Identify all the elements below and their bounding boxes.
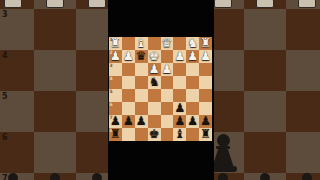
bg-rank-label: 3	[2, 11, 8, 19]
board-square-e8: ♚	[148, 128, 161, 141]
board-square-b8	[186, 128, 199, 141]
bg-cut-piece-top	[298, 0, 316, 8]
board-square-a8: ♜	[199, 128, 212, 141]
board-square-e5	[148, 89, 161, 102]
board-square-g2: ♟	[122, 50, 135, 63]
bg-pawn-head	[218, 173, 228, 180]
board-square-h3: 3	[109, 63, 122, 76]
bg-pawn-head	[50, 173, 60, 180]
board-square-a3	[199, 63, 212, 76]
board-square-h8: 8♜	[109, 128, 122, 141]
board-square-d1: ♛	[161, 37, 174, 50]
bg-square	[34, 132, 76, 173]
black-bishop: ♝	[173, 128, 186, 141]
bg-pawn-head	[302, 173, 312, 180]
board-square-b5	[186, 89, 199, 102]
video-frame: 34567 1♜♝♛♞♜2♟♟♛♚♟♟♟3♟♟4♞56♟7♟♟♟♟♟♟8♜♚♝♜	[0, 0, 320, 180]
white-pawn: ♟	[173, 50, 186, 63]
bg-pawn-head	[8, 173, 18, 180]
bg-square	[34, 91, 76, 132]
bg-square	[244, 132, 286, 173]
bg-square	[244, 91, 286, 132]
chessboard: 1♜♝♛♞♜2♟♟♛♚♟♟♟3♟♟4♞56♟7♟♟♟♟♟♟8♜♚♝♜	[109, 37, 212, 141]
bg-cut-piece-top	[214, 0, 232, 8]
board-square-f4	[135, 76, 148, 89]
board-square-d4	[161, 76, 174, 89]
board-square-b4	[186, 76, 199, 89]
board-square-d8	[161, 128, 174, 141]
board-square-h4: 4	[109, 76, 122, 89]
bg-cut-piece-top	[46, 0, 64, 8]
board-square-f8	[135, 128, 148, 141]
white-queen: ♛	[161, 37, 174, 50]
board-rank-label: 3	[110, 63, 113, 68]
bg-square	[34, 9, 76, 50]
bg-rank-label: 4	[2, 52, 8, 60]
board-square-d6	[161, 102, 174, 115]
black-pawn: ♟	[186, 115, 199, 128]
white-pawn: ♟	[186, 50, 199, 63]
bg-pawn-head	[92, 173, 102, 180]
board-square-c2: ♟	[173, 50, 186, 63]
board-square-c3	[173, 63, 186, 76]
bg-cut-piece-top	[4, 0, 22, 8]
bg-square	[286, 50, 320, 91]
board-rank-label: 6	[110, 102, 113, 107]
black-rook: ♜	[109, 128, 122, 141]
bg-square	[286, 91, 320, 132]
white-pawn: ♟	[199, 50, 212, 63]
bg-square	[244, 50, 286, 91]
board-square-b2: ♟	[186, 50, 199, 63]
black-rook: ♜	[199, 128, 212, 141]
bg-cut-piece-top	[88, 0, 106, 8]
board-square-d7	[161, 115, 174, 128]
board-square-g5	[122, 89, 135, 102]
board-square-g3	[122, 63, 135, 76]
board-square-d3: ♟	[161, 63, 174, 76]
bg-square	[286, 132, 320, 173]
board-square-h5: 5	[109, 89, 122, 102]
black-knight: ♞	[148, 76, 161, 89]
board-square-f3	[135, 63, 148, 76]
board-square-b3	[186, 63, 199, 76]
bg-square	[244, 9, 286, 50]
bg-square	[286, 9, 320, 50]
board-square-e4: ♞	[148, 76, 161, 89]
board-square-f7: ♟	[135, 115, 148, 128]
board-square-a4	[199, 76, 212, 89]
bg-big-black-pawn	[216, 146, 230, 149]
board-square-h2: 2♟	[109, 50, 122, 63]
board-rank-label: 4	[110, 76, 113, 81]
black-pawn: ♟	[122, 115, 135, 128]
board-square-g7: ♟	[122, 115, 135, 128]
white-pawn: ♟	[122, 50, 135, 63]
board-square-d5	[161, 89, 174, 102]
board-square-g4	[122, 76, 135, 89]
board-square-c4	[173, 76, 186, 89]
bg-cut-piece-top	[256, 0, 274, 8]
black-pawn: ♟	[135, 115, 148, 128]
white-pawn: ♟	[109, 50, 122, 63]
bg-square	[34, 50, 76, 91]
bg-big-black-pawn	[217, 134, 230, 147]
bg-rank-label: 5	[2, 93, 8, 101]
board-square-b7: ♟	[186, 115, 199, 128]
board-square-a2: ♟	[199, 50, 212, 63]
board-square-f5	[135, 89, 148, 102]
black-king: ♚	[148, 128, 161, 141]
bg-rank-label: 6	[2, 134, 8, 142]
black-queen: ♛	[135, 50, 148, 63]
board-square-a5	[199, 89, 212, 102]
board-rank-label: 5	[110, 89, 113, 94]
white-pawn: ♟	[161, 63, 174, 76]
board-square-c8: ♝	[173, 128, 186, 141]
bg-rank-label: 7	[2, 175, 8, 180]
board-square-e6	[148, 102, 161, 115]
board-square-g8	[122, 128, 135, 141]
bg-pawn-head	[260, 173, 270, 180]
board-square-f2: ♛	[135, 50, 148, 63]
